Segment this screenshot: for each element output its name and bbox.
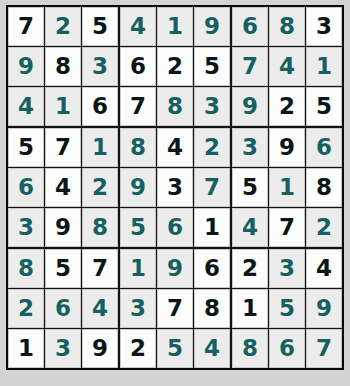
- cell-r6c3-solved[interactable]: 8: [83, 209, 117, 246]
- cell-r9c3-given[interactable]: 9: [83, 330, 117, 367]
- cell-r1c9-given[interactable]: 3: [307, 8, 341, 45]
- box-r2c2: 842937561: [121, 129, 229, 246]
- box-r1c3: 683741925: [233, 8, 341, 125]
- cell-r8c2-solved[interactable]: 6: [46, 290, 80, 327]
- cell-r7c6-given[interactable]: 6: [195, 250, 229, 287]
- cell-r1c8-solved[interactable]: 8: [270, 8, 304, 45]
- cell-r2c7-solved[interactable]: 7: [233, 48, 267, 85]
- cell-r4c8-given[interactable]: 9: [270, 129, 304, 166]
- box-r3c3: 234159867: [233, 250, 341, 367]
- cell-r5c1-solved[interactable]: 6: [9, 169, 43, 206]
- cell-r8c9-solved[interactable]: 9: [307, 290, 341, 327]
- cell-r9c4-given[interactable]: 2: [121, 330, 155, 367]
- cell-r7c7-given[interactable]: 2: [233, 250, 267, 287]
- cell-r7c9-given[interactable]: 4: [307, 250, 341, 287]
- cell-r2c3-solved[interactable]: 3: [83, 48, 117, 85]
- cell-r9c5-solved[interactable]: 5: [158, 330, 192, 367]
- box-r2c1: 571642398: [9, 129, 117, 246]
- cell-r1c6-solved[interactable]: 9: [195, 8, 229, 45]
- cell-r4c1-given[interactable]: 5: [9, 129, 43, 166]
- cell-r7c3-given[interactable]: 7: [83, 250, 117, 287]
- cell-r6c8-given[interactable]: 7: [270, 209, 304, 246]
- cell-r4c4-solved[interactable]: 8: [121, 129, 155, 166]
- cell-r2c9-solved[interactable]: 1: [307, 48, 341, 85]
- cell-r1c2-solved[interactable]: 2: [46, 8, 80, 45]
- cell-r8c5-given[interactable]: 7: [158, 290, 192, 327]
- cell-r4c2-given[interactable]: 7: [46, 129, 80, 166]
- cell-r3c4-given[interactable]: 7: [121, 88, 155, 125]
- page: 7259834164196257836837419255716423988429…: [0, 0, 350, 370]
- box-r1c2: 419625783: [121, 8, 229, 125]
- cell-r3c2-solved[interactable]: 1: [46, 88, 80, 125]
- cell-r6c7-solved[interactable]: 4: [233, 209, 267, 246]
- cell-r1c5-solved[interactable]: 1: [158, 8, 192, 45]
- cell-r6c6-given[interactable]: 1: [195, 209, 229, 246]
- cell-r3c8-given[interactable]: 2: [270, 88, 304, 125]
- cell-r2c5-given[interactable]: 2: [158, 48, 192, 85]
- cell-r5c2-given[interactable]: 4: [46, 169, 80, 206]
- cell-r7c2-given[interactable]: 5: [46, 250, 80, 287]
- cell-r8c8-solved[interactable]: 5: [270, 290, 304, 327]
- cell-r9c8-solved[interactable]: 6: [270, 330, 304, 367]
- sudoku-board: 7259834164196257836837419255716423988429…: [6, 5, 344, 370]
- cell-r9c9-solved[interactable]: 7: [307, 330, 341, 367]
- cell-r2c1-solved[interactable]: 9: [9, 48, 43, 85]
- box-r3c2: 196378254: [121, 250, 229, 367]
- cell-r5c9-given[interactable]: 8: [307, 169, 341, 206]
- cell-r5c6-solved[interactable]: 7: [195, 169, 229, 206]
- cell-r8c6-given[interactable]: 8: [195, 290, 229, 327]
- cell-r4c5-given[interactable]: 4: [158, 129, 192, 166]
- cell-r8c1-solved[interactable]: 2: [9, 290, 43, 327]
- cell-r8c3-solved[interactable]: 4: [83, 290, 117, 327]
- cell-r3c9-given[interactable]: 5: [307, 88, 341, 125]
- cell-r4c9-solved[interactable]: 6: [307, 129, 341, 166]
- cell-r5c5-given[interactable]: 3: [158, 169, 192, 206]
- cell-r9c1-given[interactable]: 1: [9, 330, 43, 367]
- cell-r5c3-solved[interactable]: 2: [83, 169, 117, 206]
- cell-r3c1-solved[interactable]: 4: [9, 88, 43, 125]
- cell-r9c6-solved[interactable]: 4: [195, 330, 229, 367]
- cell-r5c4-solved[interactable]: 9: [121, 169, 155, 206]
- cell-r6c4-solved[interactable]: 5: [121, 209, 155, 246]
- cell-r3c3-given[interactable]: 6: [83, 88, 117, 125]
- cell-r9c2-solved[interactable]: 3: [46, 330, 80, 367]
- cell-r5c8-solved[interactable]: 1: [270, 169, 304, 206]
- box-r3c1: 857264139: [9, 250, 117, 367]
- cell-r7c1-solved[interactable]: 8: [9, 250, 43, 287]
- box-r1c1: 725983416: [9, 8, 117, 125]
- cell-r6c2-given[interactable]: 9: [46, 209, 80, 246]
- cell-r6c1-solved[interactable]: 3: [9, 209, 43, 246]
- cell-r2c4-given[interactable]: 6: [121, 48, 155, 85]
- cell-r1c1-given[interactable]: 7: [9, 8, 43, 45]
- cell-r3c6-solved[interactable]: 3: [195, 88, 229, 125]
- cell-r3c7-solved[interactable]: 9: [233, 88, 267, 125]
- cell-r7c4-solved[interactable]: 1: [121, 250, 155, 287]
- cell-r8c4-solved[interactable]: 3: [121, 290, 155, 327]
- cell-r4c6-solved[interactable]: 2: [195, 129, 229, 166]
- cell-r4c3-solved[interactable]: 1: [83, 129, 117, 166]
- cell-r3c5-solved[interactable]: 8: [158, 88, 192, 125]
- cell-r1c4-solved[interactable]: 4: [121, 8, 155, 45]
- cell-r9c7-solved[interactable]: 8: [233, 330, 267, 367]
- cell-r4c7-solved[interactable]: 3: [233, 129, 267, 166]
- cell-r2c6-given[interactable]: 5: [195, 48, 229, 85]
- cell-r1c3-given[interactable]: 5: [83, 8, 117, 45]
- cell-r7c5-solved[interactable]: 9: [158, 250, 192, 287]
- cell-r5c7-given[interactable]: 5: [233, 169, 267, 206]
- cell-r7c8-solved[interactable]: 3: [270, 250, 304, 287]
- cell-r6c5-solved[interactable]: 6: [158, 209, 192, 246]
- cell-r1c7-solved[interactable]: 6: [233, 8, 267, 45]
- cell-r2c2-given[interactable]: 8: [46, 48, 80, 85]
- cell-r2c8-solved[interactable]: 4: [270, 48, 304, 85]
- cell-r6c9-solved[interactable]: 2: [307, 209, 341, 246]
- box-r2c3: 396518472: [233, 129, 341, 246]
- cell-r8c7-given[interactable]: 1: [233, 290, 267, 327]
